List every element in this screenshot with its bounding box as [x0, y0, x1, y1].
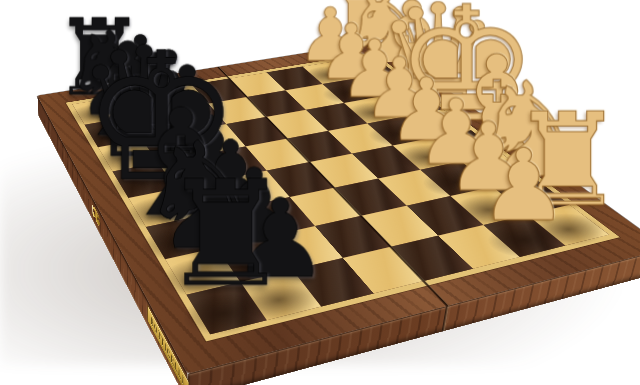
square-h8[interactable]: ♜: [187, 282, 267, 334]
fold-seam-face: [442, 305, 450, 331]
chess-set-photo: ♜♟♟♜♞♟♟♞♝♟♟♝♛♟♟♛♚♟♟♚♝♟♟♝♞♟♟♞♜♟♟♜ BOTTICE…: [0, 0, 640, 385]
piece-black-rook[interactable]: ♜: [120, 161, 331, 307]
piece-white-pawn[interactable]: ♟: [429, 136, 619, 235]
